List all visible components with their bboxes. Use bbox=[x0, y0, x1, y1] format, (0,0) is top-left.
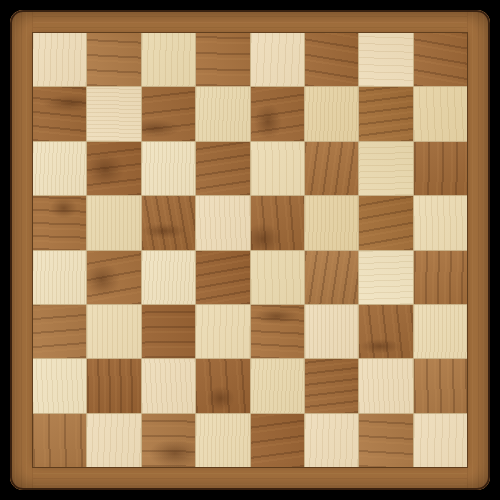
square-h4[interactable] bbox=[414, 251, 467, 304]
square-g2[interactable] bbox=[359, 359, 412, 412]
square-g1[interactable] bbox=[359, 414, 412, 467]
square-c6[interactable] bbox=[142, 142, 195, 195]
square-h7[interactable] bbox=[414, 87, 467, 140]
square-e4[interactable] bbox=[251, 251, 304, 304]
square-e3[interactable] bbox=[251, 305, 304, 358]
square-h5[interactable] bbox=[414, 196, 467, 249]
square-e1[interactable] bbox=[251, 414, 304, 467]
board-frame-left-rail bbox=[10, 10, 33, 490]
square-f8[interactable] bbox=[305, 33, 358, 86]
square-c5[interactable] bbox=[142, 196, 195, 249]
square-c7[interactable] bbox=[142, 87, 195, 140]
board-grid bbox=[33, 33, 467, 467]
square-g4[interactable] bbox=[359, 251, 412, 304]
square-h6[interactable] bbox=[414, 142, 467, 195]
square-h8[interactable] bbox=[414, 33, 467, 86]
square-f6[interactable] bbox=[305, 142, 358, 195]
square-f1[interactable] bbox=[305, 414, 358, 467]
square-g7[interactable] bbox=[359, 87, 412, 140]
photo-background bbox=[0, 0, 500, 500]
square-h3[interactable] bbox=[414, 305, 467, 358]
square-f4[interactable] bbox=[305, 251, 358, 304]
screenshot-root: { "game": { "name": "chess", "board_type… bbox=[0, 0, 500, 500]
square-d3[interactable] bbox=[196, 305, 249, 358]
square-f3[interactable] bbox=[305, 305, 358, 358]
square-d4[interactable] bbox=[196, 251, 249, 304]
square-f7[interactable] bbox=[305, 87, 358, 140]
square-c2[interactable] bbox=[142, 359, 195, 412]
square-b5[interactable] bbox=[87, 196, 140, 249]
square-h2[interactable] bbox=[414, 359, 467, 412]
square-h1[interactable] bbox=[414, 414, 467, 467]
square-d1[interactable] bbox=[196, 414, 249, 467]
square-e2[interactable] bbox=[251, 359, 304, 412]
square-a3[interactable] bbox=[33, 305, 86, 358]
square-b7[interactable] bbox=[87, 87, 140, 140]
square-g8[interactable] bbox=[359, 33, 412, 86]
square-a4[interactable] bbox=[33, 251, 86, 304]
square-c1[interactable] bbox=[142, 414, 195, 467]
square-b1[interactable] bbox=[87, 414, 140, 467]
square-a5[interactable] bbox=[33, 196, 86, 249]
square-a1[interactable] bbox=[33, 414, 86, 467]
square-d5[interactable] bbox=[196, 196, 249, 249]
square-c4[interactable] bbox=[142, 251, 195, 304]
square-g5[interactable] bbox=[359, 196, 412, 249]
square-d6[interactable] bbox=[196, 142, 249, 195]
board-frame-right-rail bbox=[467, 10, 490, 490]
square-b6[interactable] bbox=[87, 142, 140, 195]
square-c8[interactable] bbox=[142, 33, 195, 86]
chessboard bbox=[10, 10, 490, 490]
square-a2[interactable] bbox=[33, 359, 86, 412]
square-b3[interactable] bbox=[87, 305, 140, 358]
square-a7[interactable] bbox=[33, 87, 86, 140]
square-f2[interactable] bbox=[305, 359, 358, 412]
square-a6[interactable] bbox=[33, 142, 86, 195]
square-d2[interactable] bbox=[196, 359, 249, 412]
square-g6[interactable] bbox=[359, 142, 412, 195]
square-g3[interactable] bbox=[359, 305, 412, 358]
square-e8[interactable] bbox=[251, 33, 304, 86]
square-f5[interactable] bbox=[305, 196, 358, 249]
square-a8[interactable] bbox=[33, 33, 86, 86]
square-e5[interactable] bbox=[251, 196, 304, 249]
square-e6[interactable] bbox=[251, 142, 304, 195]
square-d8[interactable] bbox=[196, 33, 249, 86]
square-b2[interactable] bbox=[87, 359, 140, 412]
square-e7[interactable] bbox=[251, 87, 304, 140]
square-b4[interactable] bbox=[87, 251, 140, 304]
square-b8[interactable] bbox=[87, 33, 140, 86]
square-d7[interactable] bbox=[196, 87, 249, 140]
square-c3[interactable] bbox=[142, 305, 195, 358]
